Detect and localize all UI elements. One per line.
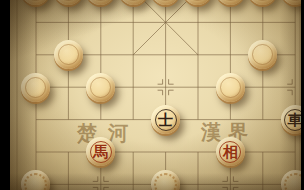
piece-hidden-black[interactable] [54, 0, 83, 5]
piece-hidden-black[interactable] [183, 0, 212, 5]
piece-hidden-black[interactable] [216, 73, 245, 102]
piece-hidden-black[interactable] [119, 0, 148, 5]
piece-character: 士 [158, 113, 173, 128]
piece-hidden-red[interactable] [151, 170, 180, 190]
piece-hidden-black[interactable] [151, 0, 180, 5]
piece-hidden-black[interactable] [21, 0, 50, 5]
piece-hidden-red[interactable] [21, 170, 50, 190]
piece-hidden-black[interactable] [248, 40, 277, 69]
piece-horse-red[interactable]: 馬 [86, 137, 115, 166]
piece-hidden-black[interactable] [86, 0, 115, 5]
pieces-grid: 士車馬相 [20, 0, 304, 190]
piece-hidden-black[interactable] [54, 40, 83, 69]
piece-hidden-black[interactable] [216, 0, 245, 5]
piece-hidden-black[interactable] [86, 73, 115, 102]
piece-advisor-black[interactable]: 士 [151, 105, 180, 134]
piece-character: 馬 [93, 145, 108, 160]
piece-hidden-black[interactable] [248, 0, 277, 5]
letterbox-bar-right [301, 0, 304, 190]
piece-hidden-black[interactable] [21, 73, 50, 102]
piece-elephant-red[interactable]: 相 [216, 137, 245, 166]
letterbox-bar-left [0, 0, 10, 190]
piece-character: 相 [223, 145, 238, 160]
game-screen: 楚河 漢界 士車馬相 [0, 0, 304, 190]
